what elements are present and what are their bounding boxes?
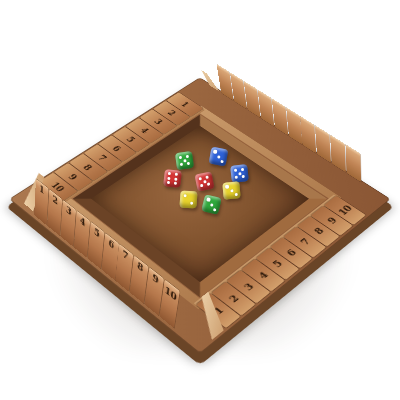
die-pip bbox=[210, 203, 214, 207]
die-pip bbox=[203, 180, 207, 184]
dice-layer bbox=[0, 0, 400, 400]
die-pip bbox=[234, 168, 238, 172]
die-pip bbox=[207, 198, 211, 202]
die-pip bbox=[242, 175, 246, 179]
die-green-7[interactable] bbox=[201, 194, 222, 215]
die-yellow-6[interactable] bbox=[179, 190, 197, 208]
die-pip bbox=[183, 159, 187, 163]
die-pip bbox=[167, 176, 171, 180]
die-blue-2[interactable] bbox=[209, 147, 229, 167]
die-pip bbox=[174, 181, 178, 185]
die-pip bbox=[238, 172, 242, 176]
die-pip bbox=[175, 173, 179, 177]
die-red-4[interactable] bbox=[163, 169, 182, 188]
die-pip bbox=[187, 162, 191, 166]
die-pip bbox=[200, 184, 204, 188]
die-pip bbox=[234, 192, 237, 195]
die-pip bbox=[217, 155, 221, 159]
die-pip bbox=[205, 175, 209, 179]
die-pip bbox=[190, 201, 193, 204]
die-pip bbox=[207, 182, 211, 186]
die-green-1[interactable] bbox=[175, 151, 194, 170]
die-pip bbox=[180, 163, 184, 167]
die-pip bbox=[186, 154, 190, 158]
die-pip bbox=[213, 150, 217, 154]
die-red-5[interactable] bbox=[194, 171, 214, 191]
die-blue-3[interactable] bbox=[230, 164, 249, 183]
die-pip bbox=[225, 185, 228, 188]
die-pip bbox=[167, 181, 171, 185]
die-pip bbox=[184, 194, 187, 197]
die-pip bbox=[174, 177, 178, 181]
die-pip bbox=[178, 156, 182, 160]
photo-stage: 10987654321 12345678910 12345678910 bbox=[0, 0, 400, 400]
die-pip bbox=[220, 159, 224, 163]
die-pip bbox=[241, 168, 245, 172]
die-pip bbox=[168, 172, 172, 176]
die-pip bbox=[213, 208, 217, 212]
die-yellow-8[interactable] bbox=[222, 181, 240, 199]
die-pip bbox=[198, 177, 202, 181]
die-pip bbox=[230, 189, 233, 192]
die-pip bbox=[234, 176, 238, 180]
